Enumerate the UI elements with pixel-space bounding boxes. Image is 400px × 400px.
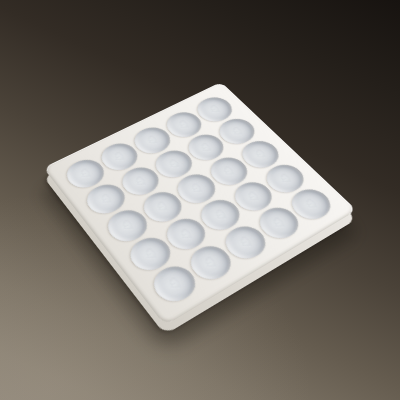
horse-emblem-icon: ♘ bbox=[226, 227, 266, 258]
horse-emblem-icon: ♘ bbox=[130, 238, 171, 270]
horse-emblem-icon: ♘ bbox=[266, 165, 305, 192]
well-r5c5: ♘ bbox=[147, 261, 203, 308]
horse-emblem-icon: ♘ bbox=[154, 267, 195, 301]
well-grid: ♘♘♘♘♘♘♘♘♘♘♘♘♘♘♘♘♘♘♘♘♘♘♘♘♘ bbox=[61, 93, 338, 308]
horse-emblem-icon: ♘ bbox=[166, 219, 205, 250]
horse-emblem-icon: ♘ bbox=[188, 134, 224, 160]
horse-emblem-icon: ♘ bbox=[121, 167, 159, 195]
horse-emblem-icon: ♘ bbox=[259, 208, 299, 238]
horse-emblem-icon: ♘ bbox=[198, 97, 232, 121]
photo-background: ♘♘♘♘♘♘♘♘♘♘♘♘♘♘♘♘♘♘♘♘♘♘♘♘♘ bbox=[0, 0, 400, 400]
horse-emblem-icon: ♘ bbox=[107, 211, 147, 241]
horse-emblem-icon: ♘ bbox=[155, 151, 191, 178]
horse-emblem-icon: ♘ bbox=[191, 247, 231, 280]
horse-emblem-icon: ♘ bbox=[234, 182, 273, 210]
tray: ♘♘♘♘♘♘♘♘♘♘♘♘♘♘♘♘♘♘♘♘♘♘♘♘♘ bbox=[43, 82, 357, 326]
horse-emblem-icon: ♘ bbox=[178, 175, 215, 203]
horse-emblem-icon: ♘ bbox=[167, 112, 202, 136]
horse-emblem-icon: ♘ bbox=[211, 158, 248, 185]
horse-emblem-icon: ♘ bbox=[86, 185, 126, 214]
horse-emblem-icon: ♘ bbox=[134, 128, 170, 153]
horse-emblem-icon: ♘ bbox=[220, 119, 256, 144]
horse-emblem-icon: ♘ bbox=[65, 160, 104, 187]
horse-emblem-icon: ♘ bbox=[242, 141, 279, 167]
horse-emblem-icon: ♘ bbox=[202, 200, 240, 230]
horse-emblem-icon: ♘ bbox=[143, 192, 181, 221]
horse-emblem-icon: ♘ bbox=[291, 190, 332, 219]
horse-emblem-icon: ♘ bbox=[100, 144, 138, 170]
